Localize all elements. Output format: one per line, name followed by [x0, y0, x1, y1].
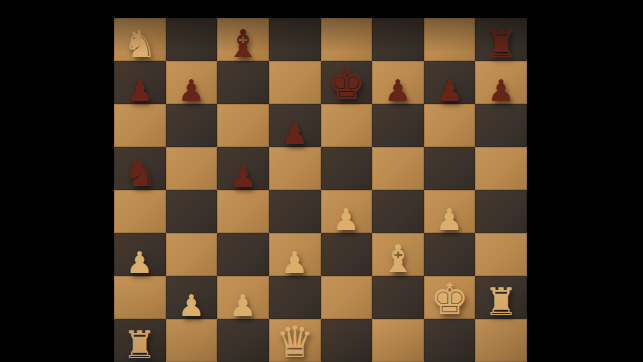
square-b8[interactable]	[166, 18, 218, 61]
piece-white-pawn: ♟	[126, 249, 153, 277]
piece-black-rook: ♜	[484, 27, 518, 62]
square-e5[interactable]	[321, 147, 373, 190]
square-d2[interactable]	[269, 276, 321, 319]
square-f5[interactable]	[372, 147, 424, 190]
piece-white-pawn: ♟	[230, 292, 257, 320]
piece-white-pawn: ♟	[281, 249, 308, 277]
square-a6[interactable]	[114, 104, 166, 147]
square-a4[interactable]	[114, 190, 166, 233]
piece-white-bishop: ♝	[381, 242, 415, 277]
square-b7[interactable]: ♟	[166, 61, 218, 104]
square-d7[interactable]	[269, 61, 321, 104]
piece-white-rook: ♜	[484, 285, 518, 320]
square-b4[interactable]	[166, 190, 218, 233]
square-d5[interactable]	[269, 147, 321, 190]
square-e3[interactable]	[321, 233, 373, 276]
square-g5[interactable]	[424, 147, 476, 190]
chess-board: ♞♝♜♟♟♚♟♟♟♟♞♟♟♟♟♟♝♟♟♚♜♜♛	[114, 18, 527, 362]
piece-black-pawn: ♟	[488, 77, 515, 105]
square-d6[interactable]: ♟	[269, 104, 321, 147]
square-h8[interactable]: ♜	[475, 18, 527, 61]
square-f8[interactable]	[372, 18, 424, 61]
square-g6[interactable]	[424, 104, 476, 147]
square-b3[interactable]	[166, 233, 218, 276]
square-g4[interactable]: ♟	[424, 190, 476, 233]
square-f6[interactable]	[372, 104, 424, 147]
square-h1[interactable]	[475, 319, 527, 362]
square-c7[interactable]	[217, 61, 269, 104]
square-h5[interactable]	[475, 147, 527, 190]
square-c2[interactable]: ♟	[217, 276, 269, 319]
square-h2[interactable]: ♜	[475, 276, 527, 319]
square-c3[interactable]	[217, 233, 269, 276]
piece-black-bishop: ♝	[226, 27, 260, 62]
piece-white-queen: ♛	[275, 323, 314, 362]
square-d1[interactable]: ♛	[269, 319, 321, 362]
piece-white-pawn: ♟	[436, 206, 463, 234]
square-e4[interactable]: ♟	[321, 190, 373, 233]
piece-black-pawn: ♟	[281, 120, 308, 148]
square-g1[interactable]	[424, 319, 476, 362]
square-e6[interactable]	[321, 104, 373, 147]
square-b6[interactable]	[166, 104, 218, 147]
square-e2[interactable]	[321, 276, 373, 319]
square-f2[interactable]	[372, 276, 424, 319]
square-h3[interactable]	[475, 233, 527, 276]
square-a8[interactable]: ♞	[114, 18, 166, 61]
square-g8[interactable]	[424, 18, 476, 61]
piece-white-knight: ♞	[123, 27, 157, 62]
piece-black-pawn: ♟	[384, 77, 411, 105]
square-c1[interactable]	[217, 319, 269, 362]
square-a3[interactable]: ♟	[114, 233, 166, 276]
square-a7[interactable]: ♟	[114, 61, 166, 104]
square-c5[interactable]: ♟	[217, 147, 269, 190]
square-f4[interactable]	[372, 190, 424, 233]
square-a5[interactable]: ♞	[114, 147, 166, 190]
square-h7[interactable]: ♟	[475, 61, 527, 104]
square-c6[interactable]	[217, 104, 269, 147]
square-h6[interactable]	[475, 104, 527, 147]
square-c4[interactable]	[217, 190, 269, 233]
square-d4[interactable]	[269, 190, 321, 233]
square-d8[interactable]	[269, 18, 321, 61]
piece-black-pawn: ♟	[178, 77, 205, 105]
piece-black-pawn: ♟	[230, 163, 257, 191]
square-g3[interactable]	[424, 233, 476, 276]
piece-black-king: ♚	[327, 65, 366, 105]
square-b5[interactable]	[166, 147, 218, 190]
letterbox-background: ♞♝♜♟♟♚♟♟♟♟♞♟♟♟♟♟♝♟♟♚♜♜♛	[0, 0, 643, 362]
square-h4[interactable]	[475, 190, 527, 233]
square-f7[interactable]: ♟	[372, 61, 424, 104]
square-b1[interactable]	[166, 319, 218, 362]
square-e1[interactable]	[321, 319, 373, 362]
piece-black-pawn: ♟	[436, 77, 463, 105]
square-b2[interactable]: ♟	[166, 276, 218, 319]
square-a2[interactable]	[114, 276, 166, 319]
piece-black-pawn: ♟	[126, 77, 153, 105]
piece-white-king: ♚	[430, 280, 469, 320]
piece-white-pawn: ♟	[333, 206, 360, 234]
piece-black-knight: ♞	[123, 156, 157, 191]
square-f1[interactable]	[372, 319, 424, 362]
square-e7[interactable]: ♚	[321, 61, 373, 104]
square-d3[interactable]: ♟	[269, 233, 321, 276]
square-g2[interactable]: ♚	[424, 276, 476, 319]
square-a1[interactable]: ♜	[114, 319, 166, 362]
piece-white-pawn: ♟	[178, 292, 205, 320]
square-e8[interactable]	[321, 18, 373, 61]
piece-white-rook: ♜	[123, 328, 157, 362]
square-g7[interactable]: ♟	[424, 61, 476, 104]
square-f3[interactable]: ♝	[372, 233, 424, 276]
square-c8[interactable]: ♝	[217, 18, 269, 61]
